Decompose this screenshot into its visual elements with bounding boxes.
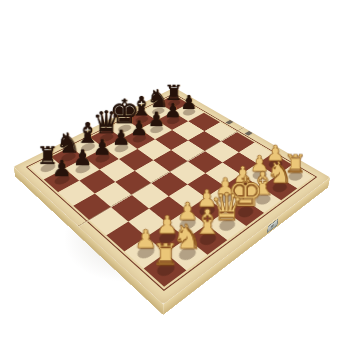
board-frame: ♜♞♝♛♚♝♞♜♟♟♟♟♟♟♟♟♟♟♟♟♟♟♟♟♜♞♝♛♚♝♞♜ [13, 88, 330, 305]
square-a7[interactable]: ♟ [44, 168, 80, 192]
scene: ♜♞♝♛♚♝♞♜♟♟♟♟♟♟♟♟♟♟♟♟♟♟♟♟♜♞♝♛♚♝♞♜ [0, 0, 340, 340]
square-a1[interactable]: ♜ [144, 253, 187, 287]
square-e5[interactable] [153, 150, 187, 172]
product-photo: ♜♞♝♛♚♝♞♜♟♟♟♟♟♟♟♟♟♟♟♟♟♟♟♟♜♞♝♛♚♝♞♜ [0, 0, 340, 340]
chess-board: ♜♞♝♛♚♝♞♜♟♟♟♟♟♟♟♟♟♟♟♟♟♟♟♟♜♞♝♛♚♝♞♜ [13, 88, 330, 305]
board-grid: ♜♞♝♛♚♝♞♜♟♟♟♟♟♟♟♟♟♟♟♟♟♟♟♟♜♞♝♛♚♝♞♜ [30, 95, 313, 287]
piece-black-pawn[interactable]: ♟ [24, 158, 98, 180]
playfield: ♜♞♝♛♚♝♞♜♟♟♟♟♟♟♟♟♟♟♟♟♟♟♟♟♜♞♝♛♚♝♞♜ [26, 93, 317, 291]
piece-white-rook[interactable]: ♜ [121, 239, 209, 269]
